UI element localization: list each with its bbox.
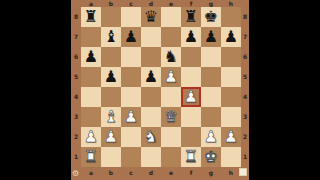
square-b4[interactable] — [101, 87, 121, 107]
piece-white-rook[interactable]: ♜ — [84, 147, 98, 167]
rank-labels-left: 87654321 — [71, 7, 81, 167]
square-b3[interactable]: ♝ — [101, 107, 121, 127]
coordinate-label: b — [101, 167, 121, 180]
square-d4[interactable] — [141, 87, 161, 107]
square-b7[interactable]: ♝ — [101, 27, 121, 47]
square-a3[interactable] — [81, 107, 101, 127]
coordinate-label: 3 — [241, 107, 249, 127]
coordinate-label: 1 — [71, 147, 81, 167]
square-b2[interactable]: ♟ — [101, 127, 121, 147]
square-a7[interactable] — [81, 27, 101, 47]
square-e1[interactable] — [161, 147, 181, 167]
board-corner-marker-icon[interactable] — [239, 168, 247, 176]
square-a1[interactable]: ♜ — [81, 147, 101, 167]
file-labels-top: abcdefgh — [81, 0, 241, 7]
piece-white-knight[interactable]: ♞ — [144, 127, 158, 147]
coordinate-label: g — [201, 0, 221, 7]
square-h8[interactable] — [221, 7, 241, 27]
coordinate-label: 5 — [71, 67, 81, 87]
square-f1[interactable]: ♜ — [181, 147, 201, 167]
piece-black-bishop[interactable]: ♝ — [104, 27, 118, 47]
square-f6[interactable] — [181, 47, 201, 67]
square-g7[interactable]: ♟ — [201, 27, 221, 47]
coordinate-label: c — [121, 0, 141, 7]
coordinate-label: a — [81, 167, 101, 180]
square-h5[interactable] — [221, 67, 241, 87]
square-a2[interactable]: ♟ — [81, 127, 101, 147]
square-g6[interactable] — [201, 47, 221, 67]
square-g1[interactable]: ♚ — [201, 147, 221, 167]
piece-white-pawn[interactable]: ♟ — [184, 87, 198, 107]
square-e6[interactable]: ♞ — [161, 47, 181, 67]
page-background: abcdefgh abcdefgh 87654321 87654321 ♜♛♜♚… — [0, 0, 320, 180]
square-g8[interactable]: ♚ — [201, 7, 221, 27]
coordinate-label: 6 — [71, 47, 81, 67]
square-g4[interactable] — [201, 87, 221, 107]
rank-labels-right: 87654321 — [241, 7, 249, 167]
coordinate-label: e — [161, 167, 181, 180]
square-a8[interactable]: ♜ — [81, 7, 101, 27]
square-h1[interactable] — [221, 147, 241, 167]
piece-black-queen[interactable]: ♛ — [144, 7, 158, 27]
square-e2[interactable] — [161, 127, 181, 147]
square-h4[interactable] — [221, 87, 241, 107]
square-a5[interactable] — [81, 67, 101, 87]
square-c7[interactable]: ♟ — [121, 27, 141, 47]
square-e3[interactable]: ♛ — [161, 107, 181, 127]
chess-board: abcdefgh abcdefgh 87654321 87654321 ♜♛♜♚… — [71, 0, 249, 180]
square-e7[interactable] — [161, 27, 181, 47]
square-g2[interactable]: ♟ — [201, 127, 221, 147]
piece-white-bishop[interactable]: ♝ — [104, 107, 118, 127]
square-a6[interactable]: ♟ — [81, 47, 101, 67]
square-f8[interactable]: ♜ — [181, 7, 201, 27]
square-c2[interactable] — [121, 127, 141, 147]
file-labels-bottom: abcdefgh — [81, 167, 241, 180]
piece-white-pawn[interactable]: ♟ — [204, 127, 218, 147]
board-squares: ♜♛♜♚♝♟♟♟♟♟♞♟♟♟♟♝♟♛♟♟♞♟♟♜♜♚ — [81, 7, 241, 167]
square-d5[interactable]: ♟ — [141, 67, 161, 87]
piece-white-pawn[interactable]: ♟ — [124, 107, 138, 127]
coordinate-label: 2 — [241, 127, 249, 147]
square-b6[interactable] — [101, 47, 121, 67]
piece-white-queen[interactable]: ♛ — [164, 107, 178, 127]
square-e4[interactable] — [161, 87, 181, 107]
square-c5[interactable] — [121, 67, 141, 87]
coordinate-label: 8 — [241, 7, 249, 27]
coordinate-label: e — [161, 0, 181, 7]
square-f2[interactable] — [181, 127, 201, 147]
square-c4[interactable] — [121, 87, 141, 107]
square-f4[interactable]: ♟ — [181, 87, 201, 107]
square-c1[interactable] — [121, 147, 141, 167]
square-b8[interactable] — [101, 7, 121, 27]
piece-black-pawn[interactable]: ♟ — [124, 27, 138, 47]
coordinate-label: 2 — [71, 127, 81, 147]
square-c8[interactable] — [121, 7, 141, 27]
piece-black-rook[interactable]: ♜ — [84, 7, 98, 27]
square-d2[interactable]: ♞ — [141, 127, 161, 147]
coordinate-label: 4 — [71, 87, 81, 107]
square-d1[interactable] — [141, 147, 161, 167]
settings-gear-icon[interactable]: ⚙ — [72, 170, 79, 178]
coordinate-label: 3 — [71, 107, 81, 127]
square-f5[interactable] — [181, 67, 201, 87]
piece-white-pawn[interactable]: ♟ — [164, 67, 178, 87]
piece-black-rook[interactable]: ♜ — [184, 7, 198, 27]
coordinate-label: 5 — [241, 67, 249, 87]
square-c3[interactable]: ♟ — [121, 107, 141, 127]
square-f3[interactable] — [181, 107, 201, 127]
piece-black-pawn[interactable]: ♟ — [184, 27, 198, 47]
square-a4[interactable] — [81, 87, 101, 107]
coordinate-label: 8 — [71, 7, 81, 27]
coordinate-label: d — [141, 0, 161, 7]
square-e8[interactable] — [161, 7, 181, 27]
piece-black-knight[interactable]: ♞ — [164, 47, 178, 67]
piece-black-pawn[interactable]: ♟ — [144, 67, 158, 87]
coordinate-label: 7 — [71, 27, 81, 47]
square-g3[interactable] — [201, 107, 221, 127]
piece-white-king[interactable]: ♚ — [204, 147, 218, 167]
coordinate-label: 6 — [241, 47, 249, 67]
piece-white-pawn[interactable]: ♟ — [84, 127, 98, 147]
coordinate-label: 4 — [241, 87, 249, 107]
square-g5[interactable] — [201, 67, 221, 87]
piece-black-pawn[interactable]: ♟ — [104, 67, 118, 87]
coordinate-label: a — [81, 0, 101, 7]
square-b5[interactable]: ♟ — [101, 67, 121, 87]
piece-white-rook[interactable]: ♜ — [184, 147, 198, 167]
coordinate-label: f — [181, 167, 201, 180]
coordinate-label: 1 — [241, 147, 249, 167]
square-h7[interactable]: ♟ — [221, 27, 241, 47]
square-d7[interactable] — [141, 27, 161, 47]
square-d6[interactable] — [141, 47, 161, 67]
square-e5[interactable]: ♟ — [161, 67, 181, 87]
square-d3[interactable] — [141, 107, 161, 127]
coordinate-label: d — [141, 167, 161, 180]
piece-black-pawn[interactable]: ♟ — [204, 27, 218, 47]
piece-white-pawn[interactable]: ♟ — [224, 127, 238, 147]
square-d8[interactable]: ♛ — [141, 7, 161, 27]
piece-white-pawn[interactable]: ♟ — [104, 127, 118, 147]
coordinate-label: h — [221, 167, 241, 180]
square-c6[interactable] — [121, 47, 141, 67]
coordinate-label: f — [181, 0, 201, 7]
coordinate-label: g — [201, 167, 221, 180]
coordinate-label: 7 — [241, 27, 249, 47]
coordinate-label: b — [101, 0, 121, 7]
coordinate-label: h — [221, 0, 241, 7]
piece-black-pawn[interactable]: ♟ — [84, 47, 98, 67]
piece-black-pawn[interactable]: ♟ — [224, 27, 238, 47]
coordinate-label: c — [121, 167, 141, 180]
square-h3[interactable] — [221, 107, 241, 127]
square-f7[interactable]: ♟ — [181, 27, 201, 47]
piece-black-king[interactable]: ♚ — [204, 7, 218, 27]
square-h2[interactable]: ♟ — [221, 127, 241, 147]
square-b1[interactable] — [101, 147, 121, 167]
square-h6[interactable] — [221, 47, 241, 67]
